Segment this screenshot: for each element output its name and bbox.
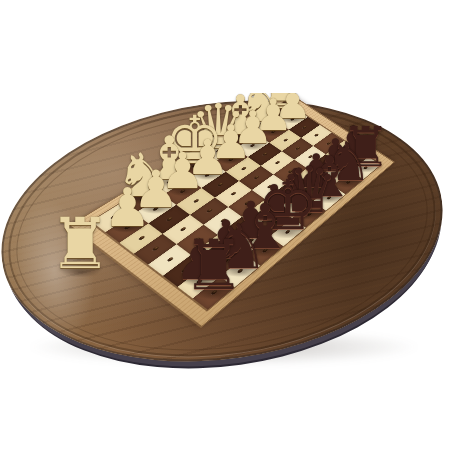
piece-contact-shadow: [225, 134, 255, 143]
piece-contact-shadow: [292, 210, 327, 220]
black-bishop-f8: ♝: [237, 196, 293, 258]
piece-contact-shadow: [61, 266, 100, 277]
piece-contact-shadow: [223, 267, 257, 277]
black-pawn-a7: ♟: [334, 121, 373, 165]
piece-contact-shadow: [323, 171, 348, 178]
piece-contact-shadow: [283, 202, 309, 210]
piece-contact-shadow: [240, 143, 265, 150]
white-pawn-c2: ♟: [232, 106, 273, 151]
black-pawn-g7: ♟: [202, 214, 250, 267]
piece-contact-shadow: [194, 172, 221, 180]
white-pawn-g2: ♟: [133, 163, 179, 215]
piece-contact-shadow: [341, 157, 365, 164]
piece-contact-shadow: [266, 108, 295, 116]
black-king-e8: ♚: [257, 172, 318, 240]
white-pawn-b2: ♟: [254, 93, 293, 137]
black-pawn-d7: ♟: [274, 163, 317, 211]
white-bishop-c1: ♝: [216, 89, 265, 143]
piece-contact-shadow: [269, 227, 307, 238]
piece-contact-shadow: [304, 186, 329, 193]
piece-contact-shadow: [247, 121, 275, 129]
piece-contact-shadow: [334, 179, 363, 187]
background-crop: [0, 0, 452, 93]
piece-contact-shadow: [195, 288, 233, 299]
black-knight-b8: ♞: [325, 136, 372, 189]
white-queen-d1: ♛: [190, 96, 246, 158]
black-pawn-h7: ♟: [175, 233, 224, 288]
black-bishop-c8: ♝: [304, 148, 354, 204]
chess-set-photo: ♜♞♝♛♚♝♞♜♟♟♟♟♟♟♟♟♟♟♟♟♟♟♟♟♜♞♝♛♚♝♞♜: [0, 0, 452, 452]
black-pawn-e7: ♟: [252, 179, 296, 228]
piece-contact-shadow: [261, 129, 285, 136]
piece-contact-shadow: [153, 178, 186, 188]
black-rook-a8: ♜: [341, 120, 390, 175]
piece-contact-shadow: [351, 164, 381, 173]
piece-contact-shadow: [142, 206, 170, 214]
black-pawn-c7: ♟: [295, 148, 337, 194]
white-knight-g1: ♞: [116, 146, 170, 206]
white-pawn-d2: ♟: [210, 119, 252, 166]
white-king-e1: ♚: [165, 108, 224, 174]
black-pawn-f7: ♟: [228, 195, 274, 246]
white-bishop-f1: ♝: [143, 129, 197, 189]
black-rook-h8: ♜: [183, 232, 245, 301]
piece-contact-shadow: [169, 188, 196, 196]
piece-contact-shadow: [184, 278, 214, 287]
white-pawn-h2: ♟: [103, 180, 151, 233]
white-pawn-f2: ♟: [160, 147, 205, 197]
piece-contact-shadow: [211, 257, 240, 265]
black-queen-d8: ♛: [281, 158, 338, 222]
black-pawn-b7: ♟: [315, 134, 355, 179]
black-knight-g8: ♞: [213, 216, 269, 278]
piece-contact-shadow: [248, 247, 282, 257]
piece-contact-shadow: [113, 224, 142, 233]
piece-contact-shadow: [126, 195, 159, 205]
white-rook-off-board: ♜: [49, 209, 112, 279]
piece-contact-shadow: [314, 194, 345, 203]
piece-contact-shadow: [218, 157, 244, 164]
piece-contact-shadow: [237, 237, 265, 245]
white-pawn-e2: ♟: [186, 133, 229, 181]
piece-contact-shadow: [261, 219, 288, 227]
piece-contact-shadow: [176, 162, 212, 173]
piece-contact-shadow: [281, 117, 304, 124]
piece-contact-shadow: [201, 147, 235, 157]
